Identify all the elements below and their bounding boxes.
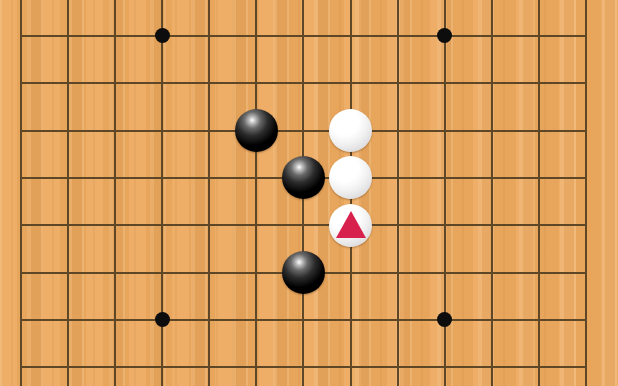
stone-white-triangle: [329, 204, 372, 247]
go-board[interactable]: [0, 0, 618, 386]
grid-line-vertical: [538, 0, 540, 386]
grid-line-vertical: [585, 0, 587, 386]
stone-black: [282, 156, 325, 199]
star-point: [155, 312, 170, 327]
board-grid: [21, 0, 586, 386]
grid-line-vertical: [67, 0, 69, 386]
stone-black: [235, 109, 278, 152]
star-point: [437, 312, 452, 327]
star-point: [155, 28, 170, 43]
triangle-marker-icon: [336, 211, 366, 238]
star-point: [437, 28, 452, 43]
grid-line-vertical: [491, 0, 493, 386]
grid-line-vertical: [208, 0, 210, 386]
grid-line-vertical: [114, 0, 116, 386]
grid-line-vertical: [20, 0, 22, 386]
grid-line-horizontal: [21, 366, 586, 368]
stone-black: [282, 251, 325, 294]
grid-line-vertical: [397, 0, 399, 386]
stone-white: [329, 156, 372, 199]
grid-line-vertical: [161, 0, 163, 386]
grid-line-vertical: [255, 0, 257, 386]
grid-line-horizontal: [21, 224, 586, 226]
grid-line-horizontal: [21, 319, 586, 321]
stone-white: [329, 109, 372, 152]
grid-line-vertical: [444, 0, 446, 386]
